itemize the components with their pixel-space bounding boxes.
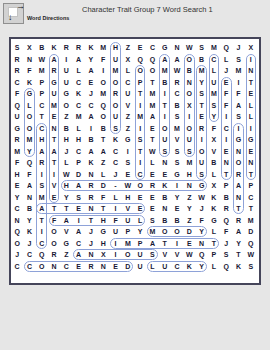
grid-cell: C [171,88,183,100]
grid-cell: Z [60,111,72,123]
grid-cell: T [232,203,244,215]
grid-cell: Y [60,192,72,204]
grid-cell: J [11,249,23,261]
grid-cell: K [208,203,220,215]
grid-cell: L [245,111,257,123]
grid-cell: Z [97,157,109,169]
grid-cell: J [23,238,35,250]
grid-cell: R [109,88,121,100]
grid-cell: I [134,100,146,112]
grid-cell: J [220,65,232,77]
grid-cell: M [183,157,195,169]
grid-cell: K [159,180,171,192]
grid-cell: A [36,146,48,158]
grid-cell: B [85,134,97,146]
grid-cell: K [232,261,244,273]
grid-cell: E [134,203,146,215]
grid-cell: N [183,180,195,192]
grid-cell: M [208,88,220,100]
grid-cell: J [109,169,121,181]
grid-cell: L [220,54,232,66]
grid-cell: U [134,249,146,261]
grid-cell: H [36,134,48,146]
grid-cell: L [23,100,35,112]
grid-cell: R [85,180,97,192]
grid-cell: V [122,203,134,215]
grid-cell: G [195,180,207,192]
grid-cell: A [48,146,60,158]
grid-cell: V [208,146,220,158]
grid-cell: I [134,123,146,135]
grid-cell: N [183,77,195,89]
grid-cell: B [208,157,220,169]
grid-cell: R [195,123,207,135]
grid-cell: K [48,42,60,54]
grid-cell: M [195,65,207,77]
grid-cell: N [171,42,183,54]
grid-cell: P [36,88,48,100]
grid-cell: B [23,203,35,215]
grid-cell: A [72,226,84,238]
grid-cell: L [208,226,220,238]
grid-cell: C [122,77,134,89]
grid-cell: N [85,249,97,261]
grid-cell: A [232,180,244,192]
page-title: Character Trait Group 7 Word Search 1 [82,5,213,14]
grid-cell: C [109,157,121,169]
grid-cell: P [208,249,220,261]
grid-cell: I [97,65,109,77]
grid-cell: J [60,146,72,158]
grid-cell: F [23,169,35,181]
grid-cell: I [232,123,244,135]
grid-cell: Q [220,42,232,54]
grid-cell: R [146,180,158,192]
grid-cell: T [245,77,257,89]
grid-cell: G [159,42,171,54]
grid-cell: Z [122,42,134,54]
grid-cell: K [23,77,35,89]
grid-cell: K [23,226,35,238]
grid-cell: M [97,42,109,54]
grid-cell: B [60,123,72,135]
grid-cell: Q [195,249,207,261]
grid-cell: W [146,146,158,158]
grid-cell: R [60,42,72,54]
grid-cell: M [171,123,183,135]
grid-cell: W [183,42,195,54]
grid-cell: N [48,261,60,273]
grid-cell: M [72,111,84,123]
grid-cell: A [146,111,158,123]
grid-cell: Q [134,54,146,66]
grid-cell: L [245,100,257,112]
grid-cell: C [11,203,23,215]
grid-cell: R [232,215,244,227]
grid-cell: O [134,65,146,77]
grid-cell: A [23,180,35,192]
grid-cell: S [232,54,244,66]
grid-cell: Z [183,192,195,204]
grid-cell: A [60,215,72,227]
grid-cell: T [48,157,60,169]
grid-cell: I [245,123,257,135]
grid-cell: C [134,169,146,181]
grid-cell: F [23,65,35,77]
grid-cell: Z [122,111,134,123]
grid-cell: A [72,180,84,192]
grid-cell: K [109,134,121,146]
grid-cell: A [232,226,244,238]
grid-cell: O [48,238,60,250]
grid-cell: E [245,88,257,100]
grid-cell: B [171,215,183,227]
grid-cell: Y [85,54,97,66]
grid-cell: M [232,65,244,77]
grid-cell: L [146,157,158,169]
grid-cell: Y [134,226,146,238]
grid-cell: C [109,146,121,158]
grid-cell: U [60,77,72,89]
grid-cell: O [60,100,72,112]
grid-cell: B [159,77,171,89]
grid-cell: I [245,54,257,66]
grid-cell: Y [208,111,220,123]
grid-cell: Q [36,249,48,261]
grid-cell: K [72,88,84,100]
grid-cell: T [85,215,97,227]
grid-cell: N [85,203,97,215]
grid-cell: E [72,261,84,273]
grid-cell: T [208,238,220,250]
grid-cell: P [122,226,134,238]
grid-cell: H [183,169,195,181]
grid-cell: U [109,111,121,123]
grid-cell: N [97,261,109,273]
grid-cell: U [159,134,171,146]
grid-cell: N [232,146,244,158]
grid-cell: K [85,157,97,169]
grid-cell: U [11,111,23,123]
grid-cell: W [122,180,134,192]
grid-cell: Y [195,77,207,89]
grid-cell: N [232,192,244,204]
grid-cell: H [109,42,121,54]
grid-cell: E [146,203,158,215]
grid-cell: U [159,261,171,273]
grid-cell: N [85,169,97,181]
grid-cell: S [171,146,183,158]
grid-cell: F [195,215,207,227]
word-search-grid: SXBKRRKMHZECGNWSMQJXRNWAIAYFUXQQAAOBCLSI… [9,37,261,285]
grid-cell: S [171,111,183,123]
grid-cell: M [146,88,158,100]
grid-cell: C [23,261,35,273]
grid-cell: U [195,157,207,169]
grid-cell: L [60,157,72,169]
grid-cell: X [208,134,220,146]
grid-cell: Q [146,54,158,66]
grid-cell: O [159,226,171,238]
grid-cell: U [122,88,134,100]
grid-cell: J [232,42,244,54]
word-directions-icon: → ↓ [3,3,24,24]
grid-cell: O [183,123,195,135]
grid-cell: L [122,65,134,77]
grid-cell: A [72,249,84,261]
grid-cell: R [232,169,244,181]
grid-cell: M [36,192,48,204]
grid-cell: X [23,42,35,54]
grid-cell: I [171,238,183,250]
grid-cell: C [11,77,23,89]
grid-cell: V [171,134,183,146]
grid-cell: V [171,249,183,261]
grid-cell: I [134,157,146,169]
grid-cell: K [183,261,195,273]
grid-cell: Z [60,249,72,261]
grid-cell: C [208,54,220,66]
grid-cell: G [208,215,220,227]
grid-cell: E [134,42,146,54]
grid-cell: U [122,215,134,227]
grid-cell: M [245,215,257,227]
grid-cell: M [109,65,121,77]
grid-cell: E [245,146,257,158]
grid-cell: I [36,226,48,238]
grid-cell: N [220,157,232,169]
grid-cell: P [36,77,48,89]
grid-cell: O [23,111,35,123]
grid-cell: M [97,88,109,100]
grid-cell: L [146,261,158,273]
grid-cell: I [36,169,48,181]
grid-cell: Y [195,226,207,238]
grid-cell: S [11,42,23,54]
grid-cell: H [60,180,72,192]
grid-cell: C [36,100,48,112]
grid-cell: I [122,146,134,158]
grid-cell: I [109,238,121,250]
grid-cell: Y [195,261,207,273]
grid-cell: A [72,54,84,66]
grid-cell: U [109,226,121,238]
grid-cell: L [208,65,220,77]
grid-cell: P [72,157,84,169]
grid-cell: T [134,146,146,158]
grid-cell: O [109,100,121,112]
grid-cell: E [48,192,60,204]
grid-cell: M [146,226,158,238]
grid-cell: O [195,146,207,158]
grid-cell: P [245,180,257,192]
grid-cell: E [146,123,158,135]
grid-cell: V [122,100,134,112]
grid-cell: T [146,134,158,146]
grid-cell: C [220,123,232,135]
grid-cell: A [36,203,48,215]
grid-cell: W [183,249,195,261]
grid-cell: N [195,238,207,250]
grid-cell: S [232,111,244,123]
grid-cell: M [146,100,158,112]
grid-cell: T [134,88,146,100]
grid-cell: F [11,157,23,169]
grid-cell: S [109,123,121,135]
grid-cell: I [109,249,121,261]
grid-cell: S [195,88,207,100]
grid-cell: A [85,146,97,158]
grid-cell: V [159,249,171,261]
grid-cell: N [159,157,171,169]
grid-cell: R [36,157,48,169]
grid-cell: N [23,54,35,66]
grid-cell: C [23,249,35,261]
grid-cell: V [48,180,60,192]
grid-cell: T [97,203,109,215]
grid-cell: O [171,226,183,238]
grid-cell: D [122,261,134,273]
grid-cell: T [245,169,257,181]
grid-cell: T [48,134,60,146]
grid-cell: O [97,111,109,123]
grid-cell: T [36,215,48,227]
grid-cell: I [60,54,72,66]
grid-cell: R [72,42,84,54]
grid-cell: L [97,169,109,181]
grid-cell: H [11,169,23,181]
grid-cell: S [72,192,84,204]
grid-cell: F [208,123,220,135]
grid-cell: Y [171,192,183,204]
grid-cell: F [11,88,23,100]
grid-cell: G [11,123,23,135]
grid-cell: F [97,54,109,66]
grid-cell: U [208,77,220,89]
down-arrow-icon: ↓ [8,13,13,22]
grid-cell: T [36,111,48,123]
grid-cell: C [11,261,23,273]
grid-cell: O [146,65,158,77]
grid-cell: Q [220,261,232,273]
grid-cell: L [208,169,220,181]
grid-cell: B [159,192,171,204]
grid-cell: A [97,146,109,158]
grid-cell: C [36,123,48,135]
right-arrow-icon: → [16,2,25,11]
grid-cell: N [245,157,257,169]
grid-cell: R [85,261,97,273]
grid-cell: C [245,192,257,204]
grid-cell: O [183,54,195,66]
grid-cell: T [48,203,60,215]
grid-cell: X [245,42,257,54]
grid-cell: A [171,54,183,66]
grid-cell: B [159,215,171,227]
grid-cell: L [72,65,84,77]
grid-cell: H [122,192,134,204]
grid-cell: E [171,203,183,215]
grid-cell: X [122,54,134,66]
grid-cell: K [85,42,97,54]
grid-cell: T [146,77,158,89]
grid-cell: I [72,215,84,227]
grid-cell: W [36,54,48,66]
grid-cell: O [36,261,48,273]
grid-cell: Z [183,215,195,227]
grid-cell: V [60,226,72,238]
grid-cell: - [109,180,121,192]
grid-cell: U [134,261,146,273]
grid-cell: O [97,77,109,89]
grid-cell: R [11,65,23,77]
grid-cell: H [60,134,72,146]
grid-cell: F [232,88,244,100]
grid-cell: G [232,134,244,146]
grid-cell: K [208,192,220,204]
grid-cell: M [122,238,134,250]
grid-cell: T [195,100,207,112]
grid-cell: E [183,238,195,250]
grid-cell: M [23,134,35,146]
grid-cell: N [11,215,23,227]
grid-cell: S [220,249,232,261]
grid-cell: E [122,169,134,181]
grid-cell: F [109,215,121,227]
grid-cell: Q [220,215,232,227]
grid-cell: C [36,238,48,250]
grid-cell: L [134,215,146,227]
grid-cell: T [220,169,232,181]
grid-cell: T [97,134,109,146]
grid-cell: G [60,238,72,250]
grid-cell: L [208,261,220,273]
grid-cell: E [72,203,84,215]
grid-cell: S [208,100,220,112]
grid-cell: N [48,123,60,135]
grid-cell: N [159,203,171,215]
grid-cell: Y [11,192,23,204]
grid-cell: G [60,88,72,100]
grid-cell: E [146,192,158,204]
grid-cell: I [109,203,121,215]
grid-cell: O [23,123,35,135]
grid-cell: P [134,238,146,250]
grid-cell: X [97,249,109,261]
grid-cell: R [11,54,23,66]
grid-cell: X [208,180,220,192]
grid-cell: E [109,261,121,273]
grid-cell: O [232,157,244,169]
grid-cell: C [85,100,97,112]
grid-cell: O [109,77,121,89]
grid-cell: G [122,134,134,146]
grid-cell: S [159,146,171,158]
grid-cell: E [220,146,232,158]
grid-cell: D [245,226,257,238]
grid-cell: M [159,65,171,77]
grid-cell: M [48,100,60,112]
grid-cell: G [97,226,109,238]
grid-cell: Y [183,203,195,215]
grid-cell: N [23,192,35,204]
grid-cell: O [183,88,195,100]
grid-cell: D [72,169,84,181]
grid-cell: L [72,123,84,135]
grid-cell: R [11,134,23,146]
grid-cell: M [134,111,146,123]
grid-cell: D [183,226,195,238]
